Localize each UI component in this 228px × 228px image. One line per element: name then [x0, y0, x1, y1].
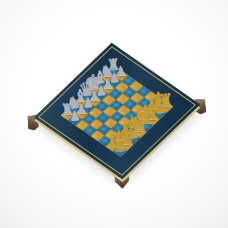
piece-silver-pawn[interactable]: ♟: [115, 65, 127, 78]
product-photo: ♜♞♝♛♚♝♞♜♟♟♟♟♟♟♟♟♟♟♟♟♟♟♟♟♜♞♝♛♚♝♞♜: [0, 0, 228, 228]
piece-gold-rook[interactable]: ♜: [157, 91, 174, 109]
